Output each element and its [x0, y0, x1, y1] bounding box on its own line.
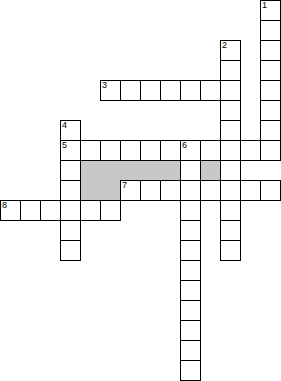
crossword-cell[interactable]	[220, 80, 241, 101]
crossword-cell[interactable]: 2	[220, 40, 241, 61]
clue-number: 6	[182, 141, 187, 150]
crossword-cell[interactable]	[180, 160, 201, 181]
crossword-cell-shaded	[80, 180, 101, 201]
crossword-cell[interactable]	[240, 140, 261, 161]
crossword-cell[interactable]	[240, 180, 261, 201]
crossword-cell[interactable]	[220, 100, 241, 121]
crossword-cell-shaded	[80, 160, 101, 181]
crossword-cell[interactable]	[220, 220, 241, 241]
crossword-cell[interactable]	[100, 140, 121, 161]
crossword-cell[interactable]	[60, 220, 81, 241]
crossword-cell[interactable]	[220, 140, 241, 161]
crossword-cell[interactable]: 8	[0, 200, 21, 221]
crossword-cell[interactable]	[260, 80, 281, 101]
crossword-cell[interactable]	[180, 80, 201, 101]
crossword-cell-shaded	[100, 180, 121, 201]
crossword-cell[interactable]	[60, 240, 81, 261]
crossword-cell[interactable]	[120, 140, 141, 161]
crossword-cell[interactable]	[180, 260, 201, 281]
crossword-cell[interactable]	[140, 180, 161, 201]
crossword-cell[interactable]	[220, 200, 241, 221]
crossword-cell[interactable]: 5	[60, 140, 81, 161]
crossword-cell[interactable]	[260, 140, 281, 161]
crossword-cell[interactable]	[260, 120, 281, 141]
clue-number: 8	[2, 201, 7, 210]
clue-number: 1	[262, 1, 267, 10]
clue-number: 4	[62, 121, 67, 130]
crossword-cell[interactable]	[260, 100, 281, 121]
crossword-cell[interactable]	[180, 220, 201, 241]
crossword-cell[interactable]	[60, 160, 81, 181]
crossword-cell[interactable]	[260, 40, 281, 61]
crossword-cell[interactable]	[80, 140, 101, 161]
crossword-cell[interactable]	[200, 180, 221, 201]
crossword-cell[interactable]: 1	[260, 0, 281, 21]
crossword-cell[interactable]	[180, 180, 201, 201]
crossword-cell[interactable]	[220, 120, 241, 141]
crossword-cell[interactable]	[180, 300, 201, 321]
crossword-cell[interactable]	[180, 320, 201, 341]
crossword-cell[interactable]: 6	[180, 140, 201, 161]
clue-number: 3	[102, 81, 107, 90]
crossword-cell[interactable]	[180, 200, 201, 221]
crossword-cell[interactable]	[20, 200, 41, 221]
clue-number: 5	[62, 141, 67, 150]
crossword-cell[interactable]	[180, 240, 201, 261]
crossword-cell[interactable]	[220, 160, 241, 181]
crossword-cell[interactable]: 4	[60, 120, 81, 141]
crossword-cell[interactable]	[120, 80, 141, 101]
crossword-cell[interactable]: 3	[100, 80, 121, 101]
crossword-cell[interactable]	[40, 200, 61, 221]
crossword-cell[interactable]	[180, 360, 201, 381]
crossword-cell[interactable]	[260, 180, 281, 201]
crossword-cell[interactable]	[260, 20, 281, 41]
crossword-cell[interactable]	[100, 200, 121, 221]
crossword-cell[interactable]	[200, 140, 221, 161]
crossword-cell[interactable]	[160, 180, 181, 201]
crossword-cell[interactable]	[260, 60, 281, 81]
crossword-cell[interactable]: 7	[120, 180, 141, 201]
crossword-cell[interactable]	[200, 80, 221, 101]
crossword-cell-shaded	[100, 160, 121, 181]
crossword-cell[interactable]	[160, 140, 181, 161]
crossword-cell[interactable]	[140, 80, 161, 101]
clue-number: 7	[122, 181, 127, 190]
crossword-cell[interactable]	[80, 200, 101, 221]
crossword-cell[interactable]	[160, 80, 181, 101]
clue-number: 2	[222, 41, 227, 50]
crossword-cell[interactable]	[140, 140, 161, 161]
crossword-cell-shaded	[200, 160, 221, 181]
crossword-cell[interactable]	[220, 180, 241, 201]
crossword-cell-shaded	[160, 160, 181, 181]
crossword-cell-shaded	[120, 160, 141, 181]
crossword-cell-shaded	[140, 160, 161, 181]
crossword-cell[interactable]	[180, 340, 201, 361]
crossword-cell[interactable]	[180, 280, 201, 301]
crossword-cell[interactable]	[220, 240, 241, 261]
crossword-cell[interactable]	[60, 180, 81, 201]
crossword-board: 12345678	[0, 0, 281, 381]
crossword-cell[interactable]	[60, 200, 81, 221]
crossword-cell[interactable]	[220, 60, 241, 81]
